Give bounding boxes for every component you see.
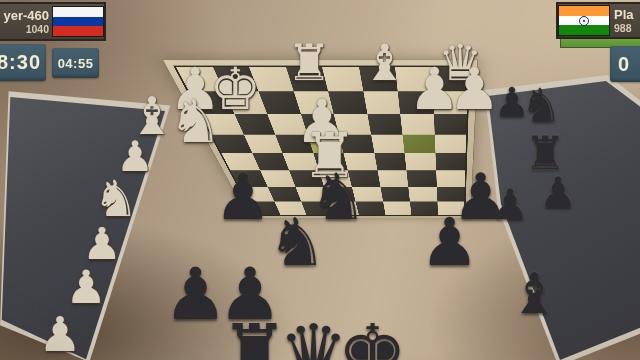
captured-white-pawn[interactable]: ♟ [65,264,106,310]
square-a4[interactable] [434,134,466,153]
square-c4[interactable] [371,134,405,153]
captured-black-bishop[interactable]: ♝ [509,266,559,322]
captured-white-knight[interactable]: ♞ [94,174,139,224]
white-pawn-b2[interactable]: ♟ [409,60,461,118]
square-c7[interactable] [380,187,410,202]
game-screen: ♜♝♛♟♟♚♟♟♞♜♞♟♟♞♟♟♟♜♛♚♝♟♞♟♟♟♟♞♜♟♟♝ yer-460… [0,0,640,360]
right-main-timer: 0 [610,46,640,82]
black-pawn-h7[interactable]: ♟ [163,258,228,330]
square-c5[interactable] [374,153,406,170]
white-rook-e1[interactable]: ♜ [286,38,331,88]
square-c6[interactable] [377,171,408,187]
white-bishop-c1[interactable]: ♝ [362,38,407,88]
square-c8[interactable] [383,201,412,215]
square-b4[interactable] [402,134,435,153]
black-pawn-g5[interactable]: ♟ [214,165,271,229]
player-right-name: Pla [614,7,640,22]
left-main-timer: 8:30 [0,44,46,81]
captured-white-pawn[interactable]: ♟ [38,310,81,358]
player-panel-left: yer-460 1040 [0,2,106,41]
captured-black-knight[interactable]: ♞ [520,82,561,128]
player-left-name: yer-460 [0,8,49,23]
india-flag-icon [558,5,610,36]
black-king-e8[interactable]: ♚ [337,314,407,360]
player-left-rating: 1040 [0,23,49,35]
white-knight-h3[interactable]: ♞ [168,91,222,151]
captured-black-pawn[interactable]: ♟ [539,172,577,214]
black-pawn-c6[interactable]: ♟ [420,210,479,276]
square-c3[interactable] [367,114,403,134]
square-c2[interactable] [363,92,400,114]
square-b7[interactable] [408,187,437,202]
square-b6[interactable] [406,171,436,187]
square-b5[interactable] [405,153,436,170]
russia-flag-icon [52,6,104,37]
player-right-rating: 988 [614,22,640,34]
player-panel-right: Pla 988 [556,2,640,39]
ashoka-chakra-icon [579,16,589,26]
left-secondary-timer: 04:55 [52,48,99,78]
